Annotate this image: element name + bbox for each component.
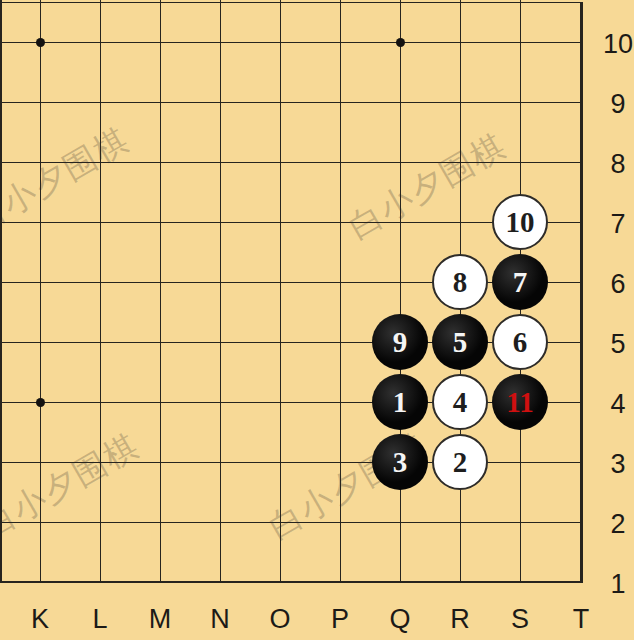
row-label-8: 8 [596, 151, 634, 178]
row-label-10: 10 [596, 31, 634, 58]
column-label-T: T [559, 606, 603, 633]
column-label-M: M [138, 606, 182, 633]
row-label-7: 7 [596, 211, 634, 238]
row-label-9: 9 [596, 91, 634, 118]
column-label-N: N [198, 606, 242, 633]
column-label-Q: Q [378, 606, 422, 633]
column-label-R: R [438, 606, 482, 633]
column-label-P: P [318, 606, 362, 633]
row-label-1: 1 [596, 571, 634, 598]
row-label-2: 2 [596, 511, 634, 538]
column-label-S: S [498, 606, 542, 633]
coordinate-labels-layer: KLMNOPQRST10987654321 [0, 0, 634, 640]
row-label-3: 3 [596, 451, 634, 478]
column-label-L: L [78, 606, 122, 633]
column-label-O: O [258, 606, 302, 633]
row-label-6: 6 [596, 271, 634, 298]
column-label-K: K [18, 606, 62, 633]
row-label-5: 5 [596, 331, 634, 358]
go-board[interactable]: 白小夕围棋白小夕围棋白小夕围棋白小夕围棋 1234567891011 KLMNO… [0, 0, 634, 640]
row-label-4: 4 [596, 391, 634, 418]
